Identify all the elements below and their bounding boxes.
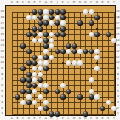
column-label-bottom: M	[72, 117, 76, 120]
row-label-right: 9	[116, 67, 120, 70]
column-label-top: E	[32, 1, 36, 4]
column-label-top: H	[49, 1, 53, 4]
white-stone	[94, 66, 99, 71]
black-stone	[32, 26, 37, 31]
column-label-top: M	[72, 1, 76, 4]
column-label-top: Q	[95, 1, 99, 4]
black-stone	[49, 9, 54, 14]
white-stone	[32, 72, 37, 77]
white-stone	[38, 38, 43, 43]
row-label-left: 10	[0, 61, 4, 64]
black-stone	[38, 77, 43, 82]
black-stone	[72, 49, 77, 54]
row-label-right: 6	[116, 84, 120, 87]
black-stone	[32, 9, 37, 14]
row-label-right: 1	[116, 112, 120, 115]
row-label-right: 7	[116, 78, 120, 81]
column-label-top: J	[55, 1, 59, 4]
white-stone	[60, 83, 65, 88]
column-label-top: R	[100, 1, 104, 4]
black-stone	[32, 55, 37, 60]
black-stone	[26, 100, 31, 105]
white-stone	[32, 77, 37, 82]
white-stone	[89, 32, 94, 37]
column-label-bottom: O	[83, 117, 87, 120]
white-stone	[32, 66, 37, 71]
white-stone	[26, 94, 31, 99]
black-stone	[38, 9, 43, 14]
row-label-right: 13	[116, 44, 120, 47]
row-label-left: 11	[0, 56, 4, 59]
row-label-right: 14	[116, 39, 120, 42]
column-label-bottom: G	[44, 117, 48, 120]
black-stone	[60, 26, 65, 31]
white-stone	[32, 15, 37, 20]
row-label-left: 1	[0, 112, 4, 115]
grid-line-vertical	[114, 12, 115, 115]
row-label-left: 14	[0, 39, 4, 42]
column-label-bottom: T	[112, 117, 116, 120]
black-stone	[60, 32, 65, 37]
white-stone	[49, 20, 54, 25]
black-stone	[43, 43, 48, 48]
white-stone	[89, 77, 94, 82]
white-stone	[94, 55, 99, 60]
white-stone	[106, 100, 111, 105]
go-game-screenshot: AABBCCDDEEFFGGHHJJKKLLMMNNOOPPQQRRSSTT19…	[0, 0, 120, 120]
white-stone	[55, 15, 60, 20]
column-label-bottom: K	[61, 117, 65, 120]
column-label-bottom: J	[55, 117, 59, 120]
black-stone	[32, 83, 37, 88]
column-label-bottom: R	[100, 117, 104, 120]
column-label-bottom: D	[27, 117, 31, 120]
row-label-right: 19	[116, 10, 120, 13]
white-stone	[49, 32, 54, 37]
white-stone	[43, 15, 48, 20]
black-stone	[43, 89, 48, 94]
white-stone	[66, 49, 71, 54]
white-stone	[43, 60, 48, 65]
white-stone	[38, 72, 43, 77]
column-label-bottom: L	[66, 117, 70, 120]
column-label-top: P	[89, 1, 93, 4]
column-label-bottom: N	[78, 117, 82, 120]
column-label-bottom: S	[106, 117, 110, 120]
black-stone	[89, 20, 94, 25]
black-stone	[55, 49, 60, 54]
black-stone	[60, 9, 65, 14]
column-label-top: T	[112, 1, 116, 4]
white-stone	[43, 9, 48, 14]
black-stone	[26, 72, 31, 77]
white-stone	[38, 66, 43, 71]
black-stone	[60, 15, 65, 20]
black-stone	[26, 89, 31, 94]
column-label-bottom: A	[10, 117, 14, 120]
row-label-right: 16	[116, 27, 120, 30]
white-stone	[77, 49, 82, 54]
black-stone	[20, 89, 25, 94]
black-stone	[26, 77, 31, 82]
black-stone	[49, 15, 54, 20]
row-label-left: 2	[0, 107, 4, 110]
black-stone	[94, 32, 99, 37]
row-label-left: 18	[0, 16, 4, 19]
white-stone	[49, 43, 54, 48]
row-label-left: 19	[0, 10, 4, 13]
black-stone	[60, 94, 65, 99]
row-label-right: 4	[116, 95, 120, 98]
column-label-bottom: E	[32, 117, 36, 120]
white-stone	[38, 55, 43, 60]
black-stone	[26, 60, 31, 65]
column-label-top: C	[21, 1, 25, 4]
black-stone	[83, 49, 88, 54]
white-stone	[60, 20, 65, 25]
white-stone	[20, 100, 25, 105]
column-label-bottom: H	[49, 117, 53, 120]
column-label-top: N	[78, 1, 82, 4]
row-label-left: 6	[0, 84, 4, 87]
white-stone	[77, 60, 82, 65]
row-label-right: 18	[116, 16, 120, 19]
column-label-bottom: C	[21, 117, 25, 120]
black-stone	[38, 15, 43, 20]
white-stone	[83, 9, 88, 14]
row-label-right: 12	[116, 50, 120, 53]
white-stone	[94, 49, 99, 54]
row-label-right: 8	[116, 73, 120, 76]
row-label-right: 5	[116, 90, 120, 93]
black-stone	[89, 49, 94, 54]
white-stone	[94, 94, 99, 99]
grid-line-vertical	[85, 12, 86, 115]
black-stone	[15, 94, 20, 99]
column-label-top: S	[106, 1, 110, 4]
column-label-top: O	[83, 1, 87, 4]
white-stone	[43, 49, 48, 54]
black-stone	[38, 20, 43, 25]
white-stone	[89, 9, 94, 14]
black-stone	[43, 38, 48, 43]
star-point	[96, 62, 98, 64]
white-stone	[38, 94, 43, 99]
black-stone	[26, 32, 31, 37]
row-label-left: 5	[0, 90, 4, 93]
star-point	[28, 28, 30, 30]
go-board[interactable]	[5, 5, 116, 116]
white-stone	[32, 89, 37, 94]
white-stone	[49, 55, 54, 60]
white-stone	[43, 100, 48, 105]
black-stone	[72, 43, 77, 48]
row-label-left: 3	[0, 101, 4, 104]
white-stone	[43, 83, 48, 88]
black-stone	[26, 49, 31, 54]
black-stone	[38, 26, 43, 31]
white-stone	[89, 89, 94, 94]
row-label-left: 4	[0, 95, 4, 98]
row-label-left: 17	[0, 22, 4, 25]
star-point	[62, 62, 64, 64]
row-label-right: 2	[116, 107, 120, 110]
column-label-top: K	[61, 1, 65, 4]
row-label-left: 8	[0, 73, 4, 76]
column-label-top: B	[15, 1, 19, 4]
white-stone	[66, 60, 71, 65]
row-label-left: 12	[0, 50, 4, 53]
black-stone	[55, 9, 60, 14]
black-stone	[20, 43, 25, 48]
black-stone	[89, 94, 94, 99]
column-label-bottom: P	[89, 117, 93, 120]
row-label-left: 16	[0, 27, 4, 30]
column-label-top: L	[66, 1, 70, 4]
column-label-bottom: B	[15, 117, 19, 120]
white-stone	[38, 106, 43, 111]
grid-line-horizontal	[12, 114, 115, 115]
black-stone	[43, 106, 48, 111]
row-label-right: 11	[116, 56, 120, 59]
black-stone	[94, 15, 99, 20]
black-stone	[106, 32, 111, 37]
black-stone	[43, 66, 48, 71]
white-stone	[26, 15, 31, 20]
black-stone	[55, 32, 60, 37]
black-stone	[43, 20, 48, 25]
white-stone	[38, 32, 43, 37]
white-stone	[72, 60, 77, 65]
black-stone	[66, 89, 71, 94]
black-stone	[43, 32, 48, 37]
black-stone	[20, 66, 25, 71]
black-stone	[66, 43, 71, 48]
black-stone	[20, 77, 25, 82]
row-label-right: 10	[116, 61, 120, 64]
row-label-left: 9	[0, 67, 4, 70]
star-point	[96, 28, 98, 30]
white-stone	[38, 83, 43, 88]
white-stone	[38, 60, 43, 65]
column-label-bottom: F	[38, 117, 42, 120]
white-stone	[32, 38, 37, 43]
white-stone	[32, 100, 37, 105]
black-stone	[77, 20, 82, 25]
column-label-top: F	[38, 1, 42, 4]
column-label-top: A	[10, 1, 14, 4]
black-stone	[26, 83, 31, 88]
row-label-left: 13	[0, 44, 4, 47]
row-label-right: 3	[116, 101, 120, 104]
column-label-top: D	[27, 1, 31, 4]
row-label-left: 7	[0, 78, 4, 81]
black-stone	[43, 55, 48, 60]
black-stone	[100, 106, 105, 111]
black-stone	[77, 94, 82, 99]
black-stone	[55, 89, 60, 94]
row-label-left: 15	[0, 33, 4, 36]
black-stone	[32, 60, 37, 65]
black-stone	[55, 20, 60, 25]
row-label-right: 15	[116, 33, 120, 36]
row-label-right: 17	[116, 22, 120, 25]
grid-line-vertical	[102, 12, 103, 115]
white-stone	[49, 38, 54, 43]
black-stone	[32, 32, 37, 37]
black-stone	[60, 49, 65, 54]
column-label-top: G	[44, 1, 48, 4]
column-label-bottom: Q	[95, 117, 99, 120]
